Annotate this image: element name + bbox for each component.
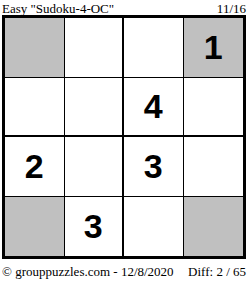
cell-r3c3-given: 3 [124,137,184,197]
sudoku-board: 14233 [2,15,246,259]
cell-r3c4-empty[interactable] [184,137,244,197]
cell-r1c3-empty[interactable] [124,18,184,78]
puzzle-footer: © grouppuzzles.com - 12/8/2020 Diff: 2 /… [0,264,248,280]
cell-r4c2-given: 3 [65,197,125,257]
cell-r1c4-given: 1 [184,18,244,78]
cell-r2c3-given: 4 [124,78,184,138]
cell-r2c2-empty[interactable] [65,78,125,138]
difficulty-text: Diff: 2 / 65 [188,264,246,280]
cell-r1c2-empty[interactable] [65,18,125,78]
cell-r3c1-given: 2 [5,137,65,197]
cell-r4c4-empty[interactable] [184,197,244,257]
puzzle-counter: 11/16 [217,1,246,17]
cell-r4c1-empty[interactable] [5,197,65,257]
copyright-text: © grouppuzzles.com - 12/8/2020 [2,264,174,280]
cell-r2c4-empty[interactable] [184,78,244,138]
puzzle-header: Easy "Sudoku-4-OC" 11/16 [0,0,248,15]
cell-r4c3-empty[interactable] [124,197,184,257]
cell-r1c1-empty[interactable] [5,18,65,78]
puzzle-title: Easy "Sudoku-4-OC" [2,1,114,17]
cell-r2c1-empty[interactable] [5,78,65,138]
puzzle-page: Easy "Sudoku-4-OC" 11/16 14233 © grouppu… [0,0,248,282]
cell-r3c2-empty[interactable] [65,137,125,197]
